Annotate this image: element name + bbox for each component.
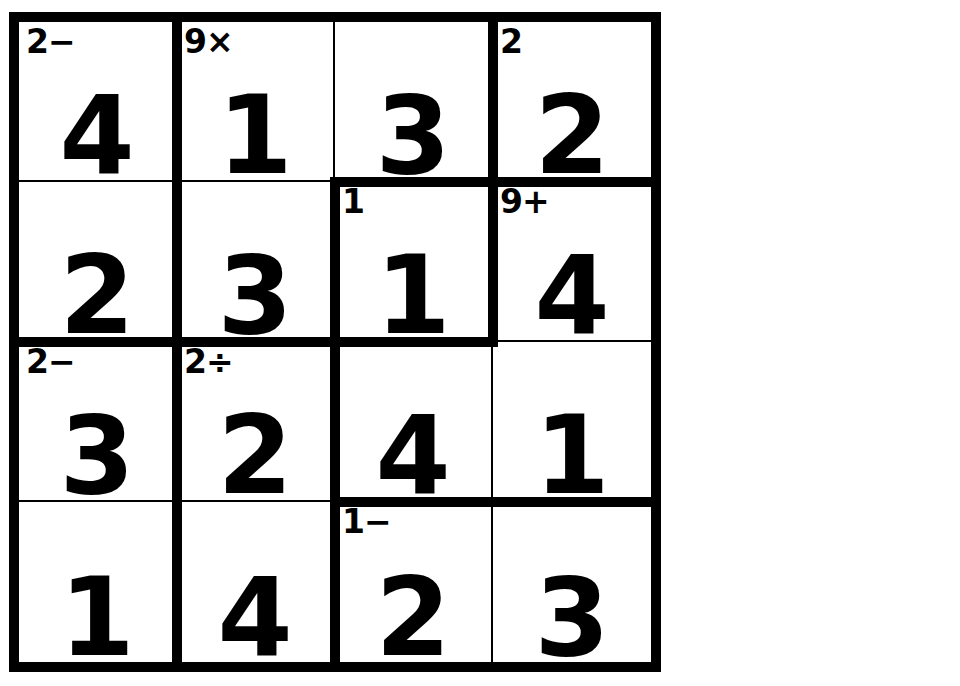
- cage-border-v-c2c3: [330, 177, 340, 662]
- kenken-board: 2− 4 9× 1 3 2 2 2 3: [9, 12, 661, 672]
- cell-value: 4: [375, 402, 450, 510]
- cell-r4c1[interactable]: 1: [19, 502, 177, 662]
- cell-r2c2[interactable]: 3: [177, 182, 335, 342]
- cell-value: 1: [59, 564, 134, 672]
- cell-value: 1: [375, 242, 450, 350]
- cage-clue: 1: [342, 185, 364, 218]
- cage-clue: 1−: [342, 505, 391, 538]
- cell-r3c1[interactable]: 2− 3: [19, 342, 177, 502]
- cell-r3c3[interactable]: 4: [335, 342, 493, 502]
- cage-clue: 2: [500, 25, 522, 58]
- cell-r3c4[interactable]: 1: [493, 342, 651, 502]
- cell-value: 1: [217, 82, 292, 190]
- cell-r2c1[interactable]: 2: [19, 182, 177, 342]
- cell-r1c3[interactable]: 3: [335, 22, 493, 182]
- cage-clue: 9+: [500, 185, 549, 218]
- cage-border-h-r3r4: [330, 497, 651, 507]
- cell-r1c2[interactable]: 9× 1: [177, 22, 335, 182]
- cell-r1c4[interactable]: 2 2: [493, 22, 651, 182]
- kenken-page: 2− 4 9× 1 3 2 2 2 3: [0, 0, 960, 686]
- cage-clue: 2÷: [184, 345, 233, 378]
- cell-value: 4: [59, 82, 134, 190]
- cell-r2c4[interactable]: 9+ 4: [493, 182, 651, 342]
- cage-clue: 2−: [26, 25, 75, 58]
- cell-value: 2: [375, 564, 450, 672]
- cage-border-h-r1r2: [330, 177, 651, 187]
- cage-border-h-r2r3: [19, 337, 498, 347]
- cell-value: 3: [534, 564, 609, 672]
- cell-value: 4: [217, 564, 292, 672]
- cell-r2c3[interactable]: 1 1: [335, 182, 493, 342]
- cell-value: 3: [217, 242, 292, 350]
- cell-value: 1: [534, 402, 609, 510]
- cell-value: 2: [534, 82, 609, 190]
- cage-clue: 2−: [26, 345, 75, 378]
- cell-value: 2: [59, 242, 134, 350]
- cell-value: 3: [375, 82, 450, 190]
- cell-r1c1[interactable]: 2− 4: [19, 22, 177, 182]
- cell-value: 4: [534, 242, 609, 350]
- cage-clue: 9×: [184, 25, 233, 58]
- cell-r4c4[interactable]: 3: [493, 502, 651, 662]
- cell-r4c2[interactable]: 4: [177, 502, 335, 662]
- cell-r4c3[interactable]: 1− 2: [335, 502, 493, 662]
- cell-value: 3: [59, 402, 134, 510]
- cell-r3c2[interactable]: 2÷ 2: [177, 342, 335, 502]
- cell-value: 2: [217, 402, 292, 510]
